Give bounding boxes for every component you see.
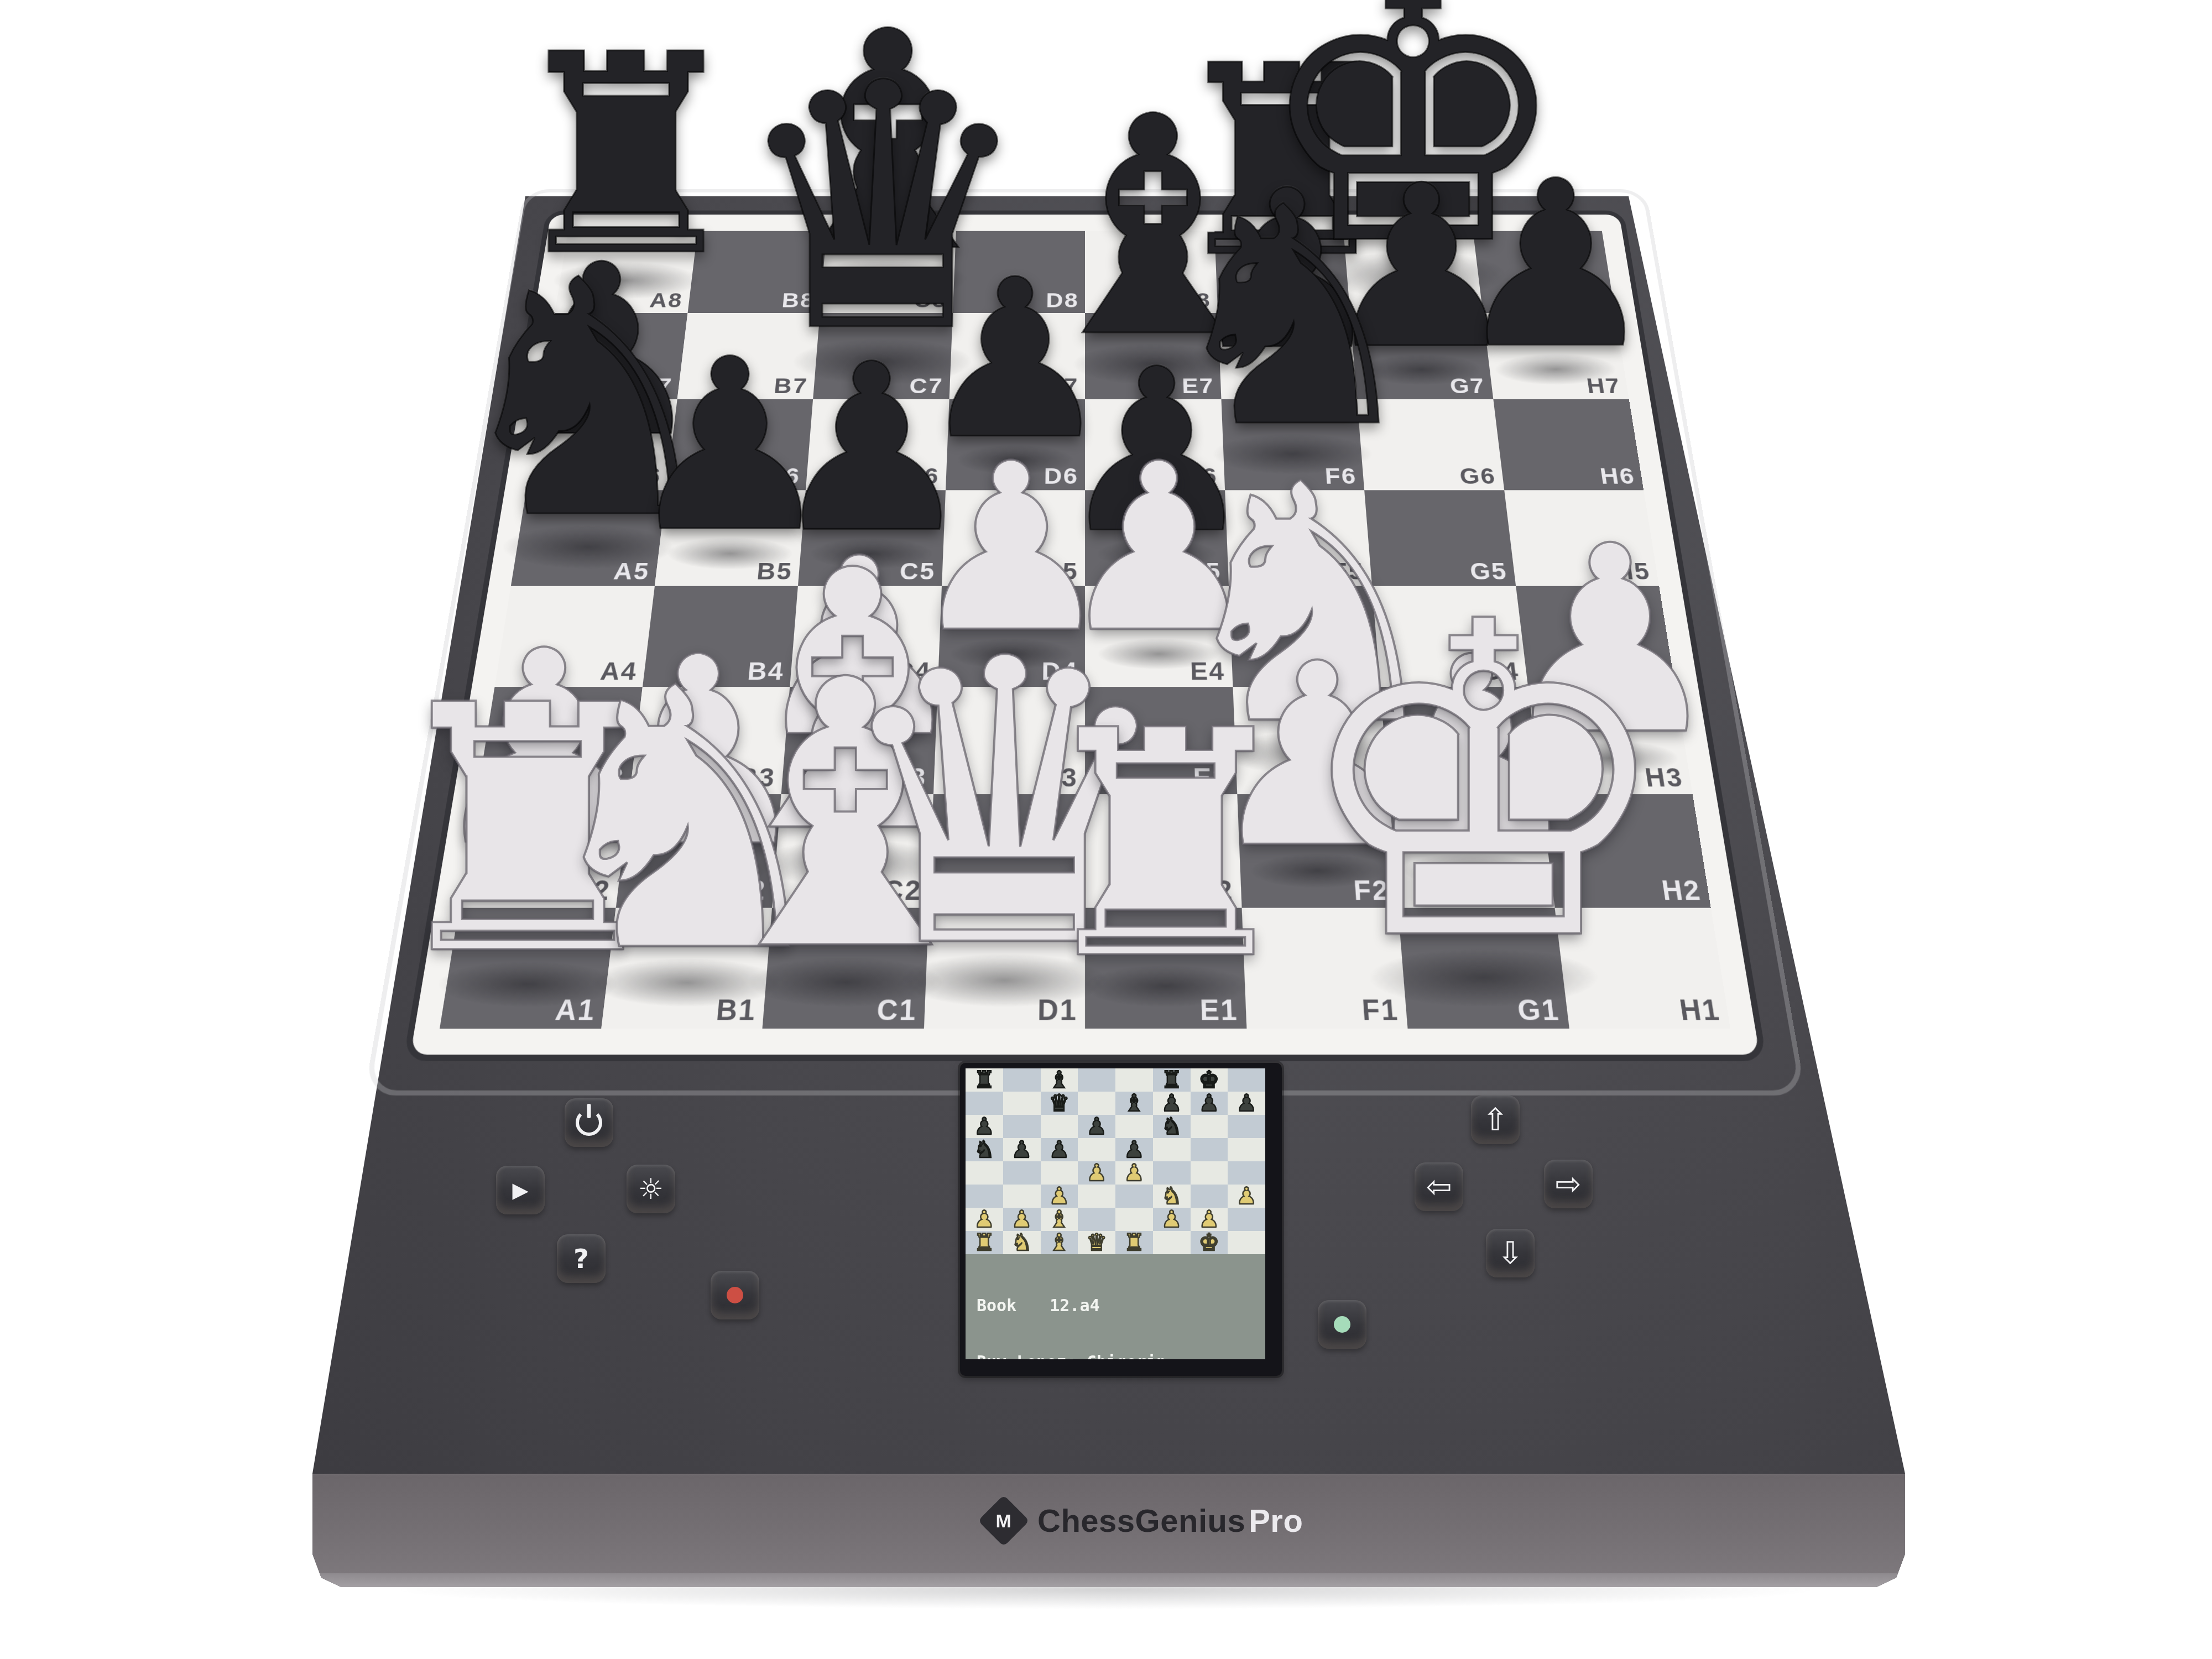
lcd-piece-w-r-e1: ♜ <box>1124 1231 1145 1254</box>
square-label-g6: G6 <box>1459 465 1498 487</box>
square-label-f1: F1 <box>1361 995 1400 1025</box>
square-c4[interactable]: C4 <box>790 586 941 687</box>
square-label-e3: E3 <box>1193 765 1230 791</box>
lcd-cell-h8 <box>1228 1068 1265 1092</box>
lcd-cell-f8: ♜ <box>1153 1068 1191 1092</box>
lcd-cell-f3: ♞ <box>1153 1185 1191 1208</box>
lcd-info-area: Book12.a4 Ruy Lopez: Chigorin Defence (C… <box>966 1254 1265 1359</box>
question-mark-icon: ? <box>573 1245 589 1272</box>
help-button[interactable]: ? <box>557 1234 606 1283</box>
square-label-g1: G1 <box>1516 995 1561 1025</box>
lcd-line-opening: Ruy Lopez: Chigorin <box>977 1353 1265 1359</box>
square-b7[interactable]: B7 <box>677 313 820 399</box>
square-a5[interactable]: A5 <box>511 490 666 586</box>
lcd-cell-f4 <box>1153 1161 1191 1185</box>
lcd-cell-b4 <box>1003 1161 1041 1185</box>
arrow-right-icon: ⇨ <box>1556 1168 1582 1199</box>
square-label-c5: C5 <box>899 559 936 583</box>
lcd-piece-w-n-b1: ♞ <box>1011 1231 1032 1254</box>
square-f2[interactable]: F2 <box>1237 794 1398 908</box>
lcd-cell-c5: ♟ <box>1041 1138 1078 1161</box>
square-d6[interactable]: D6 <box>945 399 1085 490</box>
square-label-e6: E6 <box>1184 465 1218 487</box>
brand-logo: M ChessGeniusPro <box>985 1502 1303 1539</box>
lcd-piece-b-n-a5: ♞ <box>974 1138 995 1161</box>
square-label-b5: B5 <box>756 559 794 583</box>
lcd-cell-f5 <box>1153 1138 1191 1161</box>
lcd-piece-w-q-d1: ♛ <box>1086 1231 1107 1254</box>
square-h1[interactable]: H1 <box>1554 908 1730 1029</box>
lcd-cell-e4: ♟ <box>1115 1161 1153 1185</box>
square-e7[interactable]: E7 <box>1085 313 1221 399</box>
square-a4[interactable]: A4 <box>494 586 654 687</box>
square-h4[interactable]: H4 <box>1516 586 1676 687</box>
square-label-d3: D3 <box>1040 765 1078 791</box>
lcd-piece-b-p-e5: ♟ <box>1124 1138 1145 1161</box>
green-dot-icon <box>1334 1316 1350 1333</box>
lcd-piece-w-p-c3: ♟ <box>1049 1185 1070 1208</box>
lcd-cell-c6 <box>1041 1115 1078 1138</box>
square-e5[interactable]: E5 <box>1085 490 1229 586</box>
square-f8[interactable]: F8 <box>1214 231 1350 313</box>
lcd-cell-e7: ♝ <box>1115 1092 1153 1115</box>
square-h7[interactable]: H7 <box>1483 313 1629 399</box>
square-g5[interactable]: G5 <box>1364 490 1515 586</box>
lcd-piece-w-k-g1: ♚ <box>1199 1231 1220 1254</box>
lcd-cell-d7 <box>1078 1092 1115 1115</box>
arrow-left-icon: ⇦ <box>1426 1171 1452 1202</box>
square-f4[interactable]: F4 <box>1229 586 1380 687</box>
lcd-cell-d2 <box>1078 1208 1115 1231</box>
square-label-h4: H4 <box>1627 659 1668 684</box>
square-d7[interactable]: D7 <box>949 313 1085 399</box>
lcd-cell-f1 <box>1153 1231 1191 1254</box>
lcd-cell-b6 <box>1003 1115 1041 1138</box>
arrow-right-button[interactable]: ⇨ <box>1544 1160 1593 1208</box>
lcd-cell-h4 <box>1228 1161 1265 1185</box>
square-h8[interactable]: H8 <box>1473 231 1615 313</box>
brightness-button[interactable]: ☼ <box>627 1165 675 1213</box>
lcd-cell-g7: ♟ <box>1191 1092 1228 1115</box>
square-label-a3: A3 <box>585 765 626 791</box>
lcd-cell-b1: ♞ <box>1003 1231 1041 1254</box>
lcd-piece-b-r-a8: ♜ <box>974 1068 995 1092</box>
lcd-cell-g8: ♚ <box>1191 1068 1228 1092</box>
lcd-cell-d1: ♛ <box>1078 1231 1115 1254</box>
square-label-a7: A7 <box>637 375 674 397</box>
square-e6[interactable]: E6 <box>1085 399 1225 490</box>
lcd-cell-c1: ♝ <box>1041 1231 1078 1254</box>
lcd-cell-g3 <box>1191 1185 1228 1208</box>
square-label-g3: G3 <box>1491 765 1533 791</box>
power-icon <box>576 1109 602 1136</box>
square-b4[interactable]: B4 <box>642 586 798 687</box>
square-label-h1: H1 <box>1678 995 1722 1025</box>
lcd-cell-a8: ♜ <box>966 1068 1003 1092</box>
lcd-cell-c3: ♟ <box>1041 1185 1078 1208</box>
lcd-piece-b-p-a6: ♟ <box>974 1115 995 1138</box>
square-c6[interactable]: C6 <box>806 399 949 490</box>
brand-logo-text: ChessGeniusPro <box>1037 1502 1303 1539</box>
lcd-piece-w-r-a1: ♜ <box>974 1231 995 1254</box>
lcd-cell-b3 <box>1003 1185 1041 1208</box>
square-g7[interactable]: G7 <box>1350 313 1493 399</box>
lcd-piece-w-p-g2: ♟ <box>1199 1208 1220 1231</box>
lcd-cell-g1: ♚ <box>1191 1231 1228 1254</box>
lcd-cell-b7 <box>1003 1092 1041 1115</box>
square-b6[interactable]: B6 <box>666 399 813 490</box>
square-label-d8: D8 <box>1046 290 1079 310</box>
lcd-piece-w-b-c1: ♝ <box>1049 1231 1070 1254</box>
square-g4[interactable]: G4 <box>1372 586 1528 687</box>
lcd-piece-b-q-c7: ♛ <box>1049 1092 1070 1115</box>
square-label-g5: G5 <box>1469 559 1509 583</box>
lcd-cell-f7: ♟ <box>1153 1092 1191 1115</box>
lcd-cell-h6 <box>1228 1115 1265 1138</box>
square-a1[interactable]: A1 <box>440 908 615 1029</box>
lcd-cell-g5 <box>1191 1138 1228 1161</box>
arrow-down-icon: ⇩ <box>1498 1238 1524 1269</box>
square-e8[interactable]: E8 <box>1085 231 1218 313</box>
square-label-b7: B7 <box>773 375 808 397</box>
square-label-g2: G2 <box>1503 877 1546 905</box>
lcd-piece-w-p-e4: ♟ <box>1124 1161 1145 1185</box>
square-label-e1: E1 <box>1199 995 1239 1025</box>
square-label-h8: H8 <box>1573 290 1609 310</box>
lcd-piece-b-p-b5: ♟ <box>1011 1138 1032 1161</box>
square-d1[interactable]: D1 <box>924 908 1085 1029</box>
square-label-f3: F3 <box>1345 765 1381 791</box>
lcd-line-book: Book12.a4 <box>977 1296 1265 1315</box>
square-b5[interactable]: B5 <box>654 490 805 586</box>
lcd-piece-b-r-f8: ♜ <box>1161 1068 1182 1092</box>
lcd-cell-e2 <box>1115 1208 1153 1231</box>
square-g1[interactable]: G1 <box>1398 908 1569 1029</box>
square-label-c3: C3 <box>888 765 927 791</box>
lcd-cell-a5: ♞ <box>966 1138 1003 1161</box>
square-label-d1: D1 <box>1037 995 1077 1025</box>
square-g6[interactable]: G6 <box>1357 399 1504 490</box>
square-label-e8: E8 <box>1179 290 1211 310</box>
square-h2[interactable]: H2 <box>1541 794 1711 908</box>
lcd-piece-b-p-f7: ♟ <box>1161 1092 1182 1115</box>
square-label-c8: C8 <box>914 290 947 310</box>
red-dot-icon <box>727 1287 743 1303</box>
square-label-h6: H6 <box>1599 465 1637 487</box>
square-a2[interactable]: A2 <box>459 794 629 908</box>
square-label-c6: C6 <box>904 465 940 487</box>
lcd-cell-a1: ♜ <box>966 1231 1003 1254</box>
lcd-cell-h5 <box>1228 1138 1265 1161</box>
square-label-b2: B2 <box>726 877 767 905</box>
lcd-piece-b-b-c8: ♝ <box>1049 1068 1070 1092</box>
lcd-cell-c8: ♝ <box>1041 1068 1078 1092</box>
square-c8[interactable]: C8 <box>820 231 956 313</box>
square-label-g7: G7 <box>1449 375 1486 397</box>
lcd-position-diagram: ♜♝♜♚♛♝♟♟♟♟♟♞♞♟♟♟♟♟♟♞♟♟♟♝♟♟♜♞♝♛♜♚ <box>966 1068 1265 1254</box>
square-label-c7: C7 <box>909 375 944 397</box>
lcd-cell-e6 <box>1115 1115 1153 1138</box>
square-label-d6: D6 <box>1044 465 1078 487</box>
lcd-cell-d8 <box>1078 1068 1115 1092</box>
lcd-cell-d5 <box>1078 1138 1115 1161</box>
square-label-e2: E2 <box>1196 877 1234 905</box>
square-c1[interactable]: C1 <box>762 908 928 1029</box>
lcd-cell-c4 <box>1041 1161 1078 1185</box>
square-b3[interactable]: B3 <box>629 687 790 794</box>
lcd-piece-w-p-h3: ♟ <box>1236 1185 1257 1208</box>
lcd-piece-w-p-a2: ♟ <box>974 1208 995 1231</box>
square-b8[interactable]: B8 <box>687 231 827 313</box>
device-bottom-edge <box>312 1573 1905 1588</box>
square-e3[interactable]: E3 <box>1085 687 1237 794</box>
square-label-g8: G8 <box>1439 290 1476 310</box>
square-g3[interactable]: G3 <box>1380 687 1541 794</box>
square-c7[interactable]: C7 <box>813 313 952 399</box>
play-icon: ▶ <box>512 1180 528 1201</box>
lcd-cell-f6: ♞ <box>1153 1115 1191 1138</box>
square-label-f5: F5 <box>1331 559 1365 583</box>
lcd-cell-b5: ♟ <box>1003 1138 1041 1161</box>
lcd-cell-c7: ♛ <box>1041 1092 1078 1115</box>
square-label-d7: D7 <box>1045 375 1078 397</box>
square-label-d2: D2 <box>1039 877 1077 905</box>
square-label-e7: E7 <box>1181 375 1214 397</box>
lcd-piece-b-p-g7: ♟ <box>1199 1092 1220 1115</box>
square-d8[interactable]: D8 <box>952 231 1085 313</box>
lcd-piece-w-b-c2: ♝ <box>1049 1208 1070 1231</box>
square-f7[interactable]: F7 <box>1218 313 1357 399</box>
lcd-cell-d3 <box>1078 1185 1115 1208</box>
square-label-h7: H7 <box>1585 375 1623 397</box>
square-d2[interactable]: D2 <box>928 794 1085 908</box>
square-g8[interactable]: G8 <box>1343 231 1483 313</box>
lcd-screen: ♜♝♜♚♛♝♟♟♟♟♟♞♞♟♟♟♟♟♟♞♟♟♟♝♟♟♜♞♝♛♜♚ Book12.… <box>960 1063 1282 1376</box>
square-d3[interactable]: D3 <box>933 687 1085 794</box>
square-label-e4: E4 <box>1190 659 1225 684</box>
arrow-left-button[interactable]: ⇦ <box>1415 1162 1463 1211</box>
square-label-b8: B8 <box>781 290 815 310</box>
lcd-piece-w-p-f2: ♟ <box>1161 1208 1182 1231</box>
square-label-b1: B1 <box>715 995 758 1025</box>
square-f3[interactable]: F3 <box>1233 687 1389 794</box>
lcd-cell-d4: ♟ <box>1078 1161 1115 1185</box>
board-grid: A8B8C8D8E8F8G8H8A7B7C7D7E7F7G7H7A6B6C6D6… <box>440 231 1730 1029</box>
square-label-f4: F4 <box>1338 659 1373 684</box>
square-label-f8: F8 <box>1312 290 1344 310</box>
lcd-piece-b-p-c5: ♟ <box>1049 1138 1070 1161</box>
lcd-cell-g6 <box>1191 1115 1228 1138</box>
square-c2[interactable]: C2 <box>772 794 933 908</box>
sensor-chessboard: A8B8C8D8E8F8G8H8A7B7C7D7E7F7G7H7A6B6C6D6… <box>410 215 1760 1055</box>
square-label-a2: A2 <box>570 877 612 905</box>
square-d5[interactable]: D5 <box>941 490 1085 586</box>
square-h3[interactable]: H3 <box>1528 687 1693 794</box>
square-e2[interactable]: E2 <box>1085 794 1241 908</box>
square-a7[interactable]: A7 <box>541 313 687 399</box>
arrow-up-icon: ⇧ <box>1483 1104 1509 1135</box>
lcd-piece-b-n-f6: ♞ <box>1161 1115 1182 1138</box>
brightness-icon: ☼ <box>638 1175 664 1203</box>
arrow-down-button[interactable]: ⇩ <box>1486 1229 1535 1277</box>
play-button[interactable]: ▶ <box>496 1166 545 1214</box>
square-label-a4: A4 <box>599 659 639 684</box>
lcd-piece-w-n-f3: ♞ <box>1161 1185 1182 1208</box>
lcd-cell-h1 <box>1228 1231 1265 1254</box>
square-f1[interactable]: F1 <box>1241 908 1408 1029</box>
square-label-f7: F7 <box>1318 375 1350 397</box>
square-c3[interactable]: C3 <box>781 687 937 794</box>
square-label-f6: F6 <box>1324 465 1357 487</box>
lcd-cell-h3: ♟ <box>1228 1185 1265 1208</box>
square-f6[interactable]: F6 <box>1221 399 1364 490</box>
product-photo-stage: A8B8C8D8E8F8G8H8A7B7C7D7E7F7G7H7A6B6C6D6… <box>0 0 2212 1659</box>
square-label-h5: H5 <box>1613 559 1652 583</box>
square-label-d4: D4 <box>1041 659 1078 684</box>
square-f5[interactable]: F5 <box>1225 490 1372 586</box>
lcd-piece-b-p-h7: ♟ <box>1236 1092 1257 1115</box>
square-e4[interactable]: E4 <box>1085 586 1233 687</box>
red-action-button[interactable] <box>711 1271 759 1319</box>
square-label-g4: G4 <box>1480 659 1521 684</box>
lcd-cell-a2: ♟ <box>966 1208 1003 1231</box>
square-label-a5: A5 <box>612 559 651 583</box>
lcd-cell-e1: ♜ <box>1115 1231 1153 1254</box>
square-label-a1: A1 <box>554 995 597 1025</box>
square-c5[interactable]: C5 <box>798 490 945 586</box>
lcd-piece-w-p-d4: ♟ <box>1086 1161 1107 1185</box>
lcd-cell-e3 <box>1115 1185 1153 1208</box>
square-h5[interactable]: H5 <box>1504 490 1659 586</box>
square-label-b3: B3 <box>737 765 776 791</box>
square-label-h3: H3 <box>1644 765 1685 791</box>
square-a8[interactable]: A8 <box>555 231 697 313</box>
square-h6[interactable]: H6 <box>1493 399 1644 490</box>
square-g2[interactable]: G2 <box>1389 794 1554 908</box>
square-label-h2: H2 <box>1660 877 1703 905</box>
square-b2[interactable]: B2 <box>615 794 781 908</box>
square-label-b4: B4 <box>747 659 785 684</box>
square-b1[interactable]: B1 <box>601 908 772 1029</box>
lcd-cell-a6: ♟ <box>966 1115 1003 1138</box>
arrow-up-button[interactable]: ⇧ <box>1471 1095 1520 1144</box>
square-a6[interactable]: A6 <box>526 399 677 490</box>
lcd-cell-e5: ♟ <box>1115 1138 1153 1161</box>
lcd-piece-b-b-e7: ♝ <box>1124 1092 1145 1115</box>
lcd-cell-a4 <box>966 1161 1003 1185</box>
square-a3[interactable]: A3 <box>477 687 642 794</box>
square-d4[interactable]: D4 <box>937 586 1085 687</box>
square-label-a8: A8 <box>649 290 684 310</box>
lcd-cell-h7: ♟ <box>1228 1092 1265 1115</box>
lcd-cell-b8 <box>1003 1068 1041 1092</box>
lcd-cell-e8 <box>1115 1068 1153 1092</box>
square-label-a6: A6 <box>625 465 662 487</box>
square-label-b6: B6 <box>765 465 801 487</box>
millennium-diamond-icon: M <box>978 1495 1029 1546</box>
lcd-cell-g2: ♟ <box>1191 1208 1228 1231</box>
square-label-c1: C1 <box>876 995 917 1025</box>
lcd-cell-a7 <box>966 1092 1003 1115</box>
green-action-button[interactable] <box>1318 1300 1366 1349</box>
square-label-d5: D5 <box>1042 559 1078 583</box>
lcd-cell-h2 <box>1228 1208 1265 1231</box>
lcd-cell-a3 <box>966 1185 1003 1208</box>
square-label-c4: C4 <box>894 659 932 684</box>
square-e1[interactable]: E1 <box>1085 908 1246 1029</box>
lcd-piece-b-k-g8: ♚ <box>1199 1068 1220 1092</box>
square-label-e5: E5 <box>1187 559 1222 583</box>
lcd-piece-w-p-b2: ♟ <box>1011 1208 1032 1231</box>
lcd-cell-d6: ♟ <box>1078 1115 1115 1138</box>
lcd-cell-f2: ♟ <box>1153 1208 1191 1231</box>
lcd-piece-b-p-d6: ♟ <box>1086 1115 1107 1138</box>
square-label-f2: F2 <box>1353 877 1390 905</box>
square-label-c2: C2 <box>883 877 922 905</box>
lcd-cell-c2: ♝ <box>1041 1208 1078 1231</box>
lcd-cell-g4 <box>1191 1161 1228 1185</box>
lcd-cell-b2: ♟ <box>1003 1208 1041 1231</box>
power-button[interactable] <box>565 1098 613 1147</box>
